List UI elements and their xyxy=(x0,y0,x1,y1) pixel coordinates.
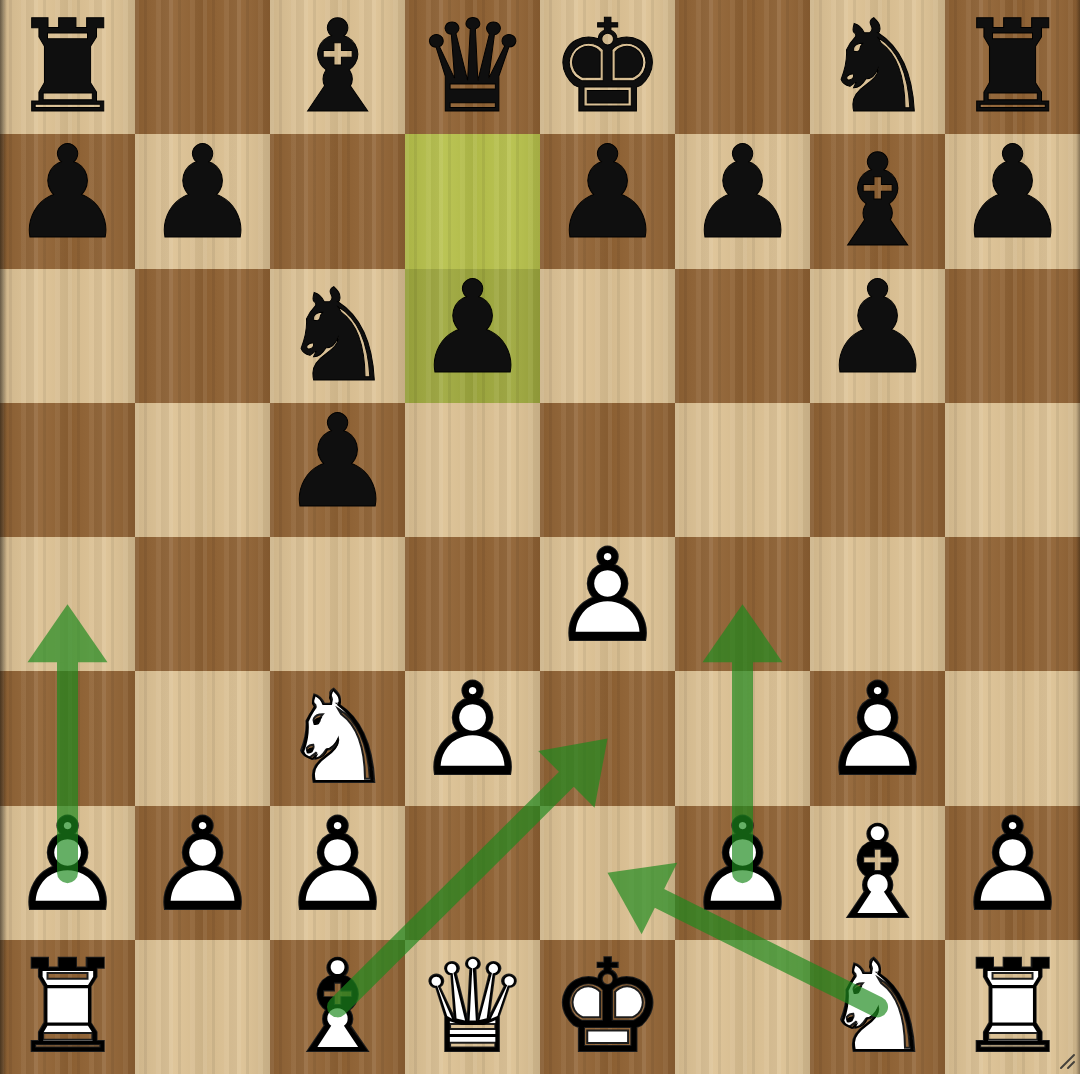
white-bishop-c1[interactable]: ♝♗ xyxy=(270,940,405,1074)
square-b8[interactable] xyxy=(135,0,270,134)
board-resize-handle[interactable] xyxy=(1057,1051,1077,1071)
white-bishop-g2[interactable]: ♝♗ xyxy=(810,806,945,940)
square-a7[interactable]: ♟ xyxy=(0,134,135,268)
square-d1[interactable]: ♛♕ xyxy=(405,940,540,1074)
square-a6[interactable] xyxy=(0,269,135,403)
black-pawn-e7[interactable]: ♟ xyxy=(540,134,675,268)
chess-board-container: ♜♝♛♚♞♜♟♟♟♟♝♟♞♟♟♟♟♙♞♘♟♙♟♙♟♙♟♙♟♙♟♙♝♗♟♙♜♖♝♗… xyxy=(0,0,1080,1074)
square-g1[interactable]: ♞♘ xyxy=(810,940,945,1074)
square-a5[interactable] xyxy=(0,403,135,537)
square-b6[interactable] xyxy=(135,269,270,403)
white-pawn-c2[interactable]: ♟♙ xyxy=(270,806,405,940)
square-h7[interactable]: ♟ xyxy=(945,134,1080,268)
white-pawn-e4[interactable]: ♟♙ xyxy=(540,537,675,671)
square-e4[interactable]: ♟♙ xyxy=(540,537,675,671)
black-rook-a8[interactable]: ♜ xyxy=(0,0,135,134)
black-knight-g8[interactable]: ♞ xyxy=(810,0,945,134)
square-b1[interactable] xyxy=(135,940,270,1074)
white-king-e1[interactable]: ♚♔ xyxy=(540,940,675,1074)
square-h5[interactable] xyxy=(945,403,1080,537)
square-e7[interactable]: ♟ xyxy=(540,134,675,268)
square-h4[interactable] xyxy=(945,537,1080,671)
square-b5[interactable] xyxy=(135,403,270,537)
black-bishop-g7[interactable]: ♝ xyxy=(810,134,945,268)
square-f1[interactable] xyxy=(675,940,810,1074)
chess-board: ♜♝♛♚♞♜♟♟♟♟♝♟♞♟♟♟♟♙♞♘♟♙♟♙♟♙♟♙♟♙♟♙♝♗♟♙♜♖♝♗… xyxy=(0,0,1080,1074)
square-d4[interactable] xyxy=(405,537,540,671)
square-f8[interactable] xyxy=(675,0,810,134)
square-g3[interactable]: ♟♙ xyxy=(810,671,945,805)
square-c1[interactable]: ♝♗ xyxy=(270,940,405,1074)
black-pawn-d6[interactable]: ♟ xyxy=(405,269,540,403)
square-g4[interactable] xyxy=(810,537,945,671)
white-pawn-g3[interactable]: ♟♙ xyxy=(810,671,945,805)
square-a1[interactable]: ♜♖ xyxy=(0,940,135,1074)
square-g7[interactable]: ♝ xyxy=(810,134,945,268)
square-e5[interactable] xyxy=(540,403,675,537)
square-b4[interactable] xyxy=(135,537,270,671)
black-pawn-g6[interactable]: ♟ xyxy=(810,269,945,403)
square-b7[interactable]: ♟ xyxy=(135,134,270,268)
white-pawn-a2[interactable]: ♟♙ xyxy=(0,806,135,940)
square-c3[interactable]: ♞♘ xyxy=(270,671,405,805)
white-knight-g1[interactable]: ♞♘ xyxy=(810,940,945,1074)
square-a3[interactable] xyxy=(0,671,135,805)
square-e8[interactable]: ♚ xyxy=(540,0,675,134)
resize-grip-icon xyxy=(1057,1051,1077,1071)
square-f5[interactable] xyxy=(675,403,810,537)
black-pawn-a7[interactable]: ♟ xyxy=(0,134,135,268)
black-rook-h8[interactable]: ♜ xyxy=(945,0,1080,134)
white-pawn-b2[interactable]: ♟♙ xyxy=(135,806,270,940)
square-c7[interactable] xyxy=(270,134,405,268)
black-pawn-c5[interactable]: ♟ xyxy=(270,403,405,537)
square-e3[interactable] xyxy=(540,671,675,805)
square-f3[interactable] xyxy=(675,671,810,805)
black-bishop-c8[interactable]: ♝ xyxy=(270,0,405,134)
square-f7[interactable]: ♟ xyxy=(675,134,810,268)
square-a2[interactable]: ♟♙ xyxy=(0,806,135,940)
white-rook-a1[interactable]: ♜♖ xyxy=(0,940,135,1074)
square-h3[interactable] xyxy=(945,671,1080,805)
square-c2[interactable]: ♟♙ xyxy=(270,806,405,940)
black-king-e8[interactable]: ♚ xyxy=(540,0,675,134)
black-knight-c6[interactable]: ♞ xyxy=(270,269,405,403)
square-d6[interactable]: ♟ xyxy=(405,269,540,403)
square-f4[interactable] xyxy=(675,537,810,671)
square-h8[interactable]: ♜ xyxy=(945,0,1080,134)
white-pawn-f2[interactable]: ♟♙ xyxy=(675,806,810,940)
square-h6[interactable] xyxy=(945,269,1080,403)
square-b2[interactable]: ♟♙ xyxy=(135,806,270,940)
black-pawn-b7[interactable]: ♟ xyxy=(135,134,270,268)
square-g6[interactable]: ♟ xyxy=(810,269,945,403)
square-h2[interactable]: ♟♙ xyxy=(945,806,1080,940)
square-e2[interactable] xyxy=(540,806,675,940)
black-pawn-h7[interactable]: ♟ xyxy=(945,134,1080,268)
white-queen-d1[interactable]: ♛♕ xyxy=(405,940,540,1074)
square-d3[interactable]: ♟♙ xyxy=(405,671,540,805)
square-a4[interactable] xyxy=(0,537,135,671)
square-c6[interactable]: ♞ xyxy=(270,269,405,403)
square-f6[interactable] xyxy=(675,269,810,403)
square-g8[interactable]: ♞ xyxy=(810,0,945,134)
square-g2[interactable]: ♝♗ xyxy=(810,806,945,940)
square-c8[interactable]: ♝ xyxy=(270,0,405,134)
square-d8[interactable]: ♛ xyxy=(405,0,540,134)
square-g5[interactable] xyxy=(810,403,945,537)
square-e1[interactable]: ♚♔ xyxy=(540,940,675,1074)
white-knight-c3[interactable]: ♞♘ xyxy=(270,671,405,805)
square-c5[interactable]: ♟ xyxy=(270,403,405,537)
white-pawn-h2[interactable]: ♟♙ xyxy=(945,806,1080,940)
square-f2[interactable]: ♟♙ xyxy=(675,806,810,940)
square-e6[interactable] xyxy=(540,269,675,403)
square-a8[interactable]: ♜ xyxy=(0,0,135,134)
black-pawn-f7[interactable]: ♟ xyxy=(675,134,810,268)
square-b3[interactable] xyxy=(135,671,270,805)
square-d7[interactable] xyxy=(405,134,540,268)
white-pawn-d3[interactable]: ♟♙ xyxy=(405,671,540,805)
square-d2[interactable] xyxy=(405,806,540,940)
square-c4[interactable] xyxy=(270,537,405,671)
black-queen-d8[interactable]: ♛ xyxy=(405,0,540,134)
square-d5[interactable] xyxy=(405,403,540,537)
